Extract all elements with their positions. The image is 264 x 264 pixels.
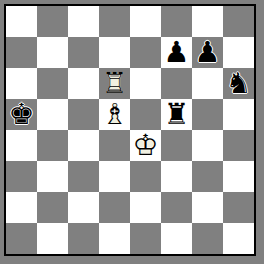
square-c2[interactable]: [68, 192, 99, 223]
square-f2[interactable]: [161, 192, 192, 223]
square-a5[interactable]: ♚: [6, 99, 37, 130]
square-a2[interactable]: [6, 192, 37, 223]
square-h5[interactable]: [223, 99, 254, 130]
square-f4[interactable]: [161, 130, 192, 161]
black-pawn: ♟: [161, 37, 192, 68]
square-a4[interactable]: [6, 130, 37, 161]
square-g1[interactable]: [192, 223, 223, 254]
square-b7[interactable]: [37, 37, 68, 68]
white-bishop: ♝♗: [99, 99, 130, 130]
square-e8[interactable]: [130, 6, 161, 37]
square-e4[interactable]: ♚♔: [130, 130, 161, 161]
square-e6[interactable]: [130, 68, 161, 99]
black-pawn: ♟: [192, 37, 223, 68]
square-c8[interactable]: [68, 6, 99, 37]
square-h2[interactable]: [223, 192, 254, 223]
square-f8[interactable]: [161, 6, 192, 37]
square-b1[interactable]: [37, 223, 68, 254]
white-king: ♚♔: [130, 130, 161, 161]
square-g3[interactable]: [192, 161, 223, 192]
square-d8[interactable]: [99, 6, 130, 37]
square-c4[interactable]: [68, 130, 99, 161]
square-a6[interactable]: [6, 68, 37, 99]
square-g2[interactable]: [192, 192, 223, 223]
square-d6[interactable]: ♜♖: [99, 68, 130, 99]
square-g4[interactable]: [192, 130, 223, 161]
square-h6[interactable]: ♞: [223, 68, 254, 99]
square-f7[interactable]: ♟: [161, 37, 192, 68]
square-b8[interactable]: [37, 6, 68, 37]
square-f5[interactable]: ♜: [161, 99, 192, 130]
square-g8[interactable]: [192, 6, 223, 37]
white-rook: ♜♖: [99, 68, 130, 99]
black-knight: ♞: [223, 68, 254, 99]
square-e3[interactable]: [130, 161, 161, 192]
square-h8[interactable]: [223, 6, 254, 37]
square-b4[interactable]: [37, 130, 68, 161]
square-b2[interactable]: [37, 192, 68, 223]
square-f3[interactable]: [161, 161, 192, 192]
black-rook: ♜: [161, 99, 192, 130]
square-e5[interactable]: [130, 99, 161, 130]
square-d3[interactable]: [99, 161, 130, 192]
square-a7[interactable]: [6, 37, 37, 68]
square-a1[interactable]: [6, 223, 37, 254]
square-c3[interactable]: [68, 161, 99, 192]
square-f6[interactable]: [161, 68, 192, 99]
square-c6[interactable]: [68, 68, 99, 99]
square-e2[interactable]: [130, 192, 161, 223]
square-c1[interactable]: [68, 223, 99, 254]
square-g6[interactable]: [192, 68, 223, 99]
square-c5[interactable]: [68, 99, 99, 130]
square-h3[interactable]: [223, 161, 254, 192]
square-e1[interactable]: [130, 223, 161, 254]
square-h4[interactable]: [223, 130, 254, 161]
chess-board: ♟♟♜♖♞♚♝♗♜♚♔: [6, 6, 254, 254]
square-d2[interactable]: [99, 192, 130, 223]
square-d7[interactable]: [99, 37, 130, 68]
square-d5[interactable]: ♝♗: [99, 99, 130, 130]
black-king: ♚: [6, 99, 37, 130]
square-b5[interactable]: [37, 99, 68, 130]
square-b3[interactable]: [37, 161, 68, 192]
square-c7[interactable]: [68, 37, 99, 68]
square-b6[interactable]: [37, 68, 68, 99]
chess-diagram-frame: ♟♟♜♖♞♚♝♗♜♚♔: [4, 4, 256, 256]
square-a8[interactable]: [6, 6, 37, 37]
square-e7[interactable]: [130, 37, 161, 68]
square-g5[interactable]: [192, 99, 223, 130]
square-h1[interactable]: [223, 223, 254, 254]
square-f1[interactable]: [161, 223, 192, 254]
square-g7[interactable]: ♟: [192, 37, 223, 68]
square-d4[interactable]: [99, 130, 130, 161]
square-d1[interactable]: [99, 223, 130, 254]
square-a3[interactable]: [6, 161, 37, 192]
square-h7[interactable]: [223, 37, 254, 68]
